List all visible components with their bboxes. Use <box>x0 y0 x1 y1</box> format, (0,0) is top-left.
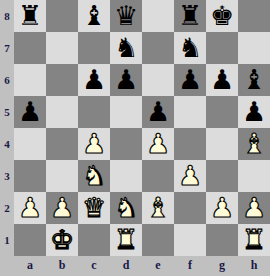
file-label-e: e <box>142 256 174 276</box>
square-e1[interactable] <box>142 224 174 256</box>
square-b7[interactable] <box>46 32 78 64</box>
square-a3[interactable] <box>14 160 46 192</box>
board-corner-spacer <box>0 256 14 276</box>
square-d6[interactable]: ♟ <box>110 64 142 96</box>
piece-white-bishop: ♝ <box>242 128 266 160</box>
square-c4[interactable]: ♟ <box>78 128 110 160</box>
square-d3[interactable] <box>110 160 142 192</box>
square-e2[interactable]: ♝ <box>142 192 174 224</box>
square-a8[interactable]: ♜ <box>14 0 46 32</box>
square-b1[interactable]: ♚ <box>46 224 78 256</box>
rank-label-2: 2 <box>0 192 14 224</box>
square-a5[interactable]: ♟ <box>14 96 46 128</box>
square-b3[interactable] <box>46 160 78 192</box>
square-f2[interactable] <box>174 192 206 224</box>
file-label-a: a <box>14 256 46 276</box>
square-e6[interactable] <box>142 64 174 96</box>
square-h6[interactable]: ♝ <box>238 64 270 96</box>
square-h2[interactable]: ♟ <box>238 192 270 224</box>
square-g3[interactable] <box>206 160 238 192</box>
piece-white-rook: ♜ <box>114 224 138 256</box>
piece-white-pawn: ♟ <box>210 192 234 224</box>
square-c3[interactable]: ♞ <box>78 160 110 192</box>
piece-black-pawn: ♟ <box>178 64 202 96</box>
rank-label-3: 3 <box>0 160 14 192</box>
piece-white-knight: ♞ <box>82 160 106 192</box>
square-h1[interactable]: ♜ <box>238 224 270 256</box>
piece-black-pawn: ♟ <box>18 96 42 128</box>
square-g8[interactable]: ♚ <box>206 0 238 32</box>
square-e5[interactable]: ♟ <box>142 96 174 128</box>
piece-white-pawn: ♟ <box>242 192 266 224</box>
piece-white-king: ♚ <box>50 224 74 256</box>
square-a4[interactable] <box>14 128 46 160</box>
square-a1[interactable] <box>14 224 46 256</box>
square-h7[interactable] <box>238 32 270 64</box>
square-h8[interactable] <box>238 0 270 32</box>
piece-black-pawn: ♟ <box>146 96 170 128</box>
square-e8[interactable] <box>142 0 174 32</box>
piece-white-pawn: ♟ <box>18 192 42 224</box>
piece-black-knight: ♞ <box>114 32 138 64</box>
file-label-f: f <box>174 256 206 276</box>
square-g6[interactable]: ♟ <box>206 64 238 96</box>
square-f8[interactable]: ♜ <box>174 0 206 32</box>
square-h3[interactable] <box>238 160 270 192</box>
piece-black-bishop: ♝ <box>242 64 266 96</box>
square-a6[interactable] <box>14 64 46 96</box>
square-f1[interactable] <box>174 224 206 256</box>
square-d1[interactable]: ♜ <box>110 224 142 256</box>
piece-black-pawn: ♟ <box>82 64 106 96</box>
square-c1[interactable] <box>78 224 110 256</box>
file-label-b: b <box>46 256 78 276</box>
square-e4[interactable]: ♟ <box>142 128 174 160</box>
rank-label-4: 4 <box>0 128 14 160</box>
square-d5[interactable] <box>110 96 142 128</box>
square-g7[interactable] <box>206 32 238 64</box>
square-c8[interactable]: ♝ <box>78 0 110 32</box>
piece-white-pawn: ♟ <box>82 128 106 160</box>
square-b6[interactable] <box>46 64 78 96</box>
square-b8[interactable] <box>46 0 78 32</box>
piece-white-rook: ♜ <box>242 224 266 256</box>
piece-black-rook: ♜ <box>178 0 202 32</box>
square-c2[interactable]: ♛ <box>78 192 110 224</box>
square-e3[interactable] <box>142 160 174 192</box>
square-e7[interactable] <box>142 32 174 64</box>
square-a7[interactable] <box>14 32 46 64</box>
square-c6[interactable]: ♟ <box>78 64 110 96</box>
piece-black-bishop: ♝ <box>82 0 106 32</box>
square-b4[interactable] <box>46 128 78 160</box>
file-label-d: d <box>110 256 142 276</box>
piece-white-pawn: ♟ <box>146 128 170 160</box>
file-label-h: h <box>238 256 270 276</box>
piece-white-bishop: ♝ <box>146 192 170 224</box>
piece-black-pawn: ♟ <box>242 96 266 128</box>
square-b5[interactable] <box>46 96 78 128</box>
square-f5[interactable] <box>174 96 206 128</box>
piece-black-knight: ♞ <box>178 32 202 64</box>
piece-black-king: ♚ <box>210 0 234 32</box>
square-g1[interactable] <box>206 224 238 256</box>
square-d8[interactable]: ♛ <box>110 0 142 32</box>
piece-white-knight: ♞ <box>114 192 138 224</box>
square-c5[interactable] <box>78 96 110 128</box>
piece-black-rook: ♜ <box>18 0 42 32</box>
rank-label-7: 7 <box>0 32 14 64</box>
rank-label-6: 6 <box>0 64 14 96</box>
rank-label-5: 5 <box>0 96 14 128</box>
square-g5[interactable] <box>206 96 238 128</box>
square-b2[interactable]: ♟ <box>46 192 78 224</box>
piece-black-pawn: ♟ <box>114 64 138 96</box>
square-d2[interactable]: ♞ <box>110 192 142 224</box>
piece-white-queen: ♛ <box>82 192 106 224</box>
file-label-g: g <box>206 256 238 276</box>
square-h4[interactable]: ♝ <box>238 128 270 160</box>
square-f6[interactable]: ♟ <box>174 64 206 96</box>
square-f3[interactable]: ♟ <box>174 160 206 192</box>
file-label-c: c <box>78 256 110 276</box>
piece-white-pawn: ♟ <box>178 160 202 192</box>
square-f4[interactable] <box>174 128 206 160</box>
square-f7[interactable]: ♞ <box>174 32 206 64</box>
square-g2[interactable]: ♟ <box>206 192 238 224</box>
rank-label-8: 8 <box>0 0 14 32</box>
square-a2[interactable]: ♟ <box>14 192 46 224</box>
square-h5[interactable]: ♟ <box>238 96 270 128</box>
piece-black-queen: ♛ <box>114 0 138 32</box>
piece-black-pawn: ♟ <box>210 64 234 96</box>
square-d7[interactable]: ♞ <box>110 32 142 64</box>
rank-label-1: 1 <box>0 224 14 256</box>
square-c7[interactable] <box>78 32 110 64</box>
square-d4[interactable] <box>110 128 142 160</box>
piece-white-pawn: ♟ <box>50 192 74 224</box>
square-g4[interactable] <box>206 128 238 160</box>
chess-board-diagram: 8♜♝♛♜♚7♞♞6♟♟♟♟♝5♟♟♟4♟♟♝3♞♟2♟♟♛♞♝♟♟1♚♜♜ab… <box>0 0 270 276</box>
